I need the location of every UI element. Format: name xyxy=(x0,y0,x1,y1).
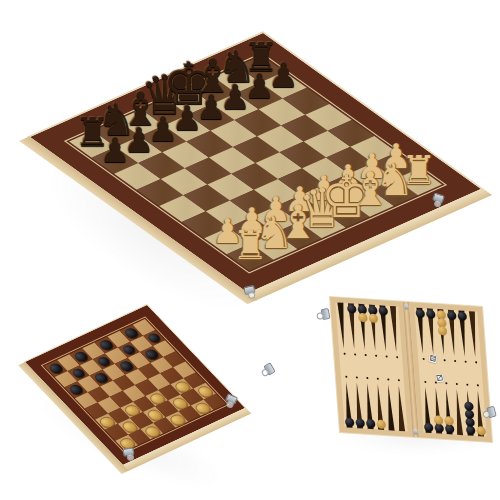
backgammon-point xyxy=(469,311,478,357)
point-tip-dot xyxy=(456,383,458,385)
metal-clasp-icon xyxy=(122,447,134,457)
backgammon-board: ⚄⚂ xyxy=(330,297,492,442)
point-tip-dot xyxy=(445,382,447,384)
point-tip-dot xyxy=(385,355,387,357)
hinge-plate-icon xyxy=(413,429,417,434)
checkers-board xyxy=(25,305,245,465)
backgammon-point xyxy=(337,302,346,348)
point-tip-dot xyxy=(356,376,358,378)
point-tip-dot xyxy=(343,353,345,355)
die-icon: ⚄ xyxy=(429,354,437,363)
hinge-plate-icon xyxy=(404,304,408,309)
point-tip-dot xyxy=(398,379,400,381)
point-tip-dot xyxy=(377,378,379,380)
point-tip-dot xyxy=(477,384,479,386)
metal-clasp-icon xyxy=(243,285,255,295)
point-tip-dot xyxy=(387,378,389,380)
point-tip-dot xyxy=(375,355,377,357)
backgammon-leaf-left xyxy=(330,297,413,437)
metal-clasp-icon xyxy=(263,362,275,376)
product-photo-scene: ⚄⚂ ♜♞♝♛♚♝♞♜♟♟♟♟♟♟♟♟♟♟♟♟♟♟♟♟♜♞♝♛♚♝♞♜ xyxy=(0,0,500,500)
backgammon-point xyxy=(454,389,463,435)
metal-clasp-icon xyxy=(321,308,331,320)
point-tip-dot xyxy=(464,361,466,363)
point-tip-dot xyxy=(396,356,398,358)
metal-clasp-icon xyxy=(486,406,497,419)
point-tip-dot xyxy=(422,358,424,360)
die-icon: ⚂ xyxy=(435,374,444,382)
point-tip-dot xyxy=(466,384,468,386)
point-tip-dot xyxy=(354,353,356,355)
point-tip-dot xyxy=(454,360,456,362)
point-tip-dot xyxy=(475,361,477,363)
point-tip-dot xyxy=(364,354,366,356)
backgammon-point xyxy=(385,384,394,430)
point-tip-dot xyxy=(443,359,445,361)
chess-board xyxy=(30,33,481,293)
backgammon-leaf-right xyxy=(409,302,492,442)
point-tip-dot xyxy=(345,376,347,378)
point-tip-dot xyxy=(424,381,426,383)
backgammon-point xyxy=(396,385,405,431)
backgammon-point xyxy=(390,306,399,352)
point-tip-dot xyxy=(366,377,368,379)
